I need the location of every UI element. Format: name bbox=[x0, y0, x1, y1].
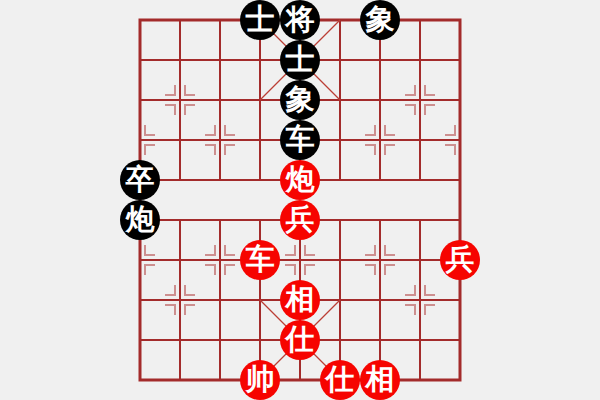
intersection-a5[interactable]: 卒 bbox=[120, 160, 160, 200]
piece-red-advisor[interactable]: 仕 bbox=[280, 320, 320, 360]
intersection-c4[interactable] bbox=[200, 200, 240, 240]
intersection-h4[interactable] bbox=[400, 200, 440, 240]
piece-black-advisor[interactable]: 士 bbox=[240, 0, 280, 40]
intersection-f5[interactable] bbox=[320, 160, 360, 200]
intersection-i3[interactable]: 兵 bbox=[440, 240, 480, 280]
intersection-a7[interactable] bbox=[120, 80, 160, 120]
intersection-b8[interactable] bbox=[160, 40, 200, 80]
intersection-d4[interactable] bbox=[240, 200, 280, 240]
piece-red-elephant[interactable]: 相 bbox=[280, 280, 320, 320]
intersection-d0[interactable]: 帅 bbox=[240, 360, 280, 400]
intersection-h8[interactable] bbox=[400, 40, 440, 80]
intersection-e9[interactable]: 将 bbox=[280, 0, 320, 40]
intersection-b5[interactable] bbox=[160, 160, 200, 200]
intersection-c1[interactable] bbox=[200, 320, 240, 360]
intersection-d9[interactable]: 士 bbox=[240, 0, 280, 40]
intersection-g9[interactable]: 象 bbox=[360, 0, 400, 40]
intersection-b9[interactable] bbox=[160, 0, 200, 40]
intersection-i6[interactable] bbox=[440, 120, 480, 160]
intersection-g6[interactable] bbox=[360, 120, 400, 160]
intersection-e0[interactable] bbox=[280, 360, 320, 400]
intersection-h3[interactable] bbox=[400, 240, 440, 280]
piece-black-elephant[interactable]: 象 bbox=[360, 0, 400, 40]
intersection-a9[interactable] bbox=[120, 0, 160, 40]
intersection-d7[interactable] bbox=[240, 80, 280, 120]
intersection-c3[interactable] bbox=[200, 240, 240, 280]
intersection-b1[interactable] bbox=[160, 320, 200, 360]
piece-black-advisor[interactable]: 士 bbox=[280, 40, 320, 80]
intersection-a8[interactable] bbox=[120, 40, 160, 80]
intersection-h0[interactable] bbox=[400, 360, 440, 400]
intersection-f8[interactable] bbox=[320, 40, 360, 80]
intersection-h7[interactable] bbox=[400, 80, 440, 120]
intersection-h5[interactable] bbox=[400, 160, 440, 200]
piece-red-elephant[interactable]: 相 bbox=[360, 360, 400, 400]
xiangqi-board: 士将象士象车卒炮炮兵车兵相仕帅仕相 bbox=[0, 0, 600, 400]
intersection-c6[interactable] bbox=[200, 120, 240, 160]
intersection-h9[interactable] bbox=[400, 0, 440, 40]
intersection-i7[interactable] bbox=[440, 80, 480, 120]
piece-black-general[interactable]: 将 bbox=[280, 0, 320, 40]
intersection-a2[interactable] bbox=[120, 280, 160, 320]
intersection-a6[interactable] bbox=[120, 120, 160, 160]
intersection-a1[interactable] bbox=[120, 320, 160, 360]
intersection-g0[interactable]: 相 bbox=[360, 360, 400, 400]
intersection-b0[interactable] bbox=[160, 360, 200, 400]
intersection-e2[interactable]: 相 bbox=[280, 280, 320, 320]
intersection-e8[interactable]: 士 bbox=[280, 40, 320, 80]
piece-black-chariot[interactable]: 车 bbox=[280, 120, 320, 160]
intersection-g2[interactable] bbox=[360, 280, 400, 320]
intersection-g1[interactable] bbox=[360, 320, 400, 360]
intersection-f6[interactable] bbox=[320, 120, 360, 160]
intersection-d3[interactable]: 车 bbox=[240, 240, 280, 280]
intersection-h2[interactable] bbox=[400, 280, 440, 320]
piece-black-pawn[interactable]: 卒 bbox=[120, 160, 160, 200]
intersection-c2[interactable] bbox=[200, 280, 240, 320]
intersection-i5[interactable] bbox=[440, 160, 480, 200]
intersection-b2[interactable] bbox=[160, 280, 200, 320]
intersection-i9[interactable] bbox=[440, 0, 480, 40]
intersection-i4[interactable] bbox=[440, 200, 480, 240]
intersection-a3[interactable] bbox=[120, 240, 160, 280]
intersection-e7[interactable]: 象 bbox=[280, 80, 320, 120]
intersection-f4[interactable] bbox=[320, 200, 360, 240]
intersection-f1[interactable] bbox=[320, 320, 360, 360]
intersection-d5[interactable] bbox=[240, 160, 280, 200]
intersection-f0[interactable]: 仕 bbox=[320, 360, 360, 400]
intersection-b4[interactable] bbox=[160, 200, 200, 240]
intersection-g5[interactable] bbox=[360, 160, 400, 200]
intersection-i0[interactable] bbox=[440, 360, 480, 400]
intersection-f7[interactable] bbox=[320, 80, 360, 120]
intersection-c0[interactable] bbox=[200, 360, 240, 400]
intersection-g4[interactable] bbox=[360, 200, 400, 240]
intersection-h1[interactable] bbox=[400, 320, 440, 360]
intersection-b3[interactable] bbox=[160, 240, 200, 280]
piece-red-advisor[interactable]: 仕 bbox=[320, 360, 360, 400]
piece-red-pawn[interactable]: 兵 bbox=[440, 240, 480, 280]
intersection-e6[interactable]: 车 bbox=[280, 120, 320, 160]
intersection-g3[interactable] bbox=[360, 240, 400, 280]
xiangqi-board-grid: 士将象士象车卒炮炮兵车兵相仕帅仕相 bbox=[120, 0, 480, 400]
intersection-d1[interactable] bbox=[240, 320, 280, 360]
intersection-d6[interactable] bbox=[240, 120, 280, 160]
intersection-g8[interactable] bbox=[360, 40, 400, 80]
piece-black-elephant[interactable]: 象 bbox=[280, 80, 320, 120]
piece-red-general[interactable]: 帅 bbox=[240, 360, 280, 400]
intersection-e4[interactable]: 兵 bbox=[280, 200, 320, 240]
intersection-h6[interactable] bbox=[400, 120, 440, 160]
intersection-f9[interactable] bbox=[320, 0, 360, 40]
piece-black-cannon[interactable]: 炮 bbox=[120, 200, 160, 240]
piece-red-pawn[interactable]: 兵 bbox=[280, 200, 320, 240]
piece-red-cannon[interactable]: 炮 bbox=[280, 160, 320, 200]
piece-red-chariot[interactable]: 车 bbox=[240, 240, 280, 280]
intersection-d8[interactable] bbox=[240, 40, 280, 80]
intersection-b6[interactable] bbox=[160, 120, 200, 160]
intersection-b7[interactable] bbox=[160, 80, 200, 120]
intersection-e3[interactable] bbox=[280, 240, 320, 280]
intersection-e5[interactable]: 炮 bbox=[280, 160, 320, 200]
intersection-f3[interactable] bbox=[320, 240, 360, 280]
intersection-a0[interactable] bbox=[120, 360, 160, 400]
intersection-f2[interactable] bbox=[320, 280, 360, 320]
intersection-i2[interactable] bbox=[440, 280, 480, 320]
intersection-i8[interactable] bbox=[440, 40, 480, 80]
intersection-e1[interactable]: 仕 bbox=[280, 320, 320, 360]
intersection-c8[interactable] bbox=[200, 40, 240, 80]
intersection-c7[interactable] bbox=[200, 80, 240, 120]
intersection-d2[interactable] bbox=[240, 280, 280, 320]
intersection-g7[interactable] bbox=[360, 80, 400, 120]
intersection-i1[interactable] bbox=[440, 320, 480, 360]
intersection-c9[interactable] bbox=[200, 0, 240, 40]
intersection-c5[interactable] bbox=[200, 160, 240, 200]
intersection-a4[interactable]: 炮 bbox=[120, 200, 160, 240]
